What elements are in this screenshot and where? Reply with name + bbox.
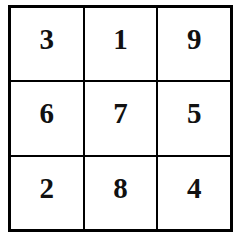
number-grid-board: 3 1 9 6 7 5 2 8 4: [8, 5, 233, 232]
cell-r3c3[interactable]: 4: [157, 156, 231, 230]
cell-r3c1[interactable]: 2: [10, 156, 84, 230]
cell-r2c1[interactable]: 6: [10, 81, 84, 155]
cell-r1c2[interactable]: 1: [84, 7, 158, 81]
cell-r2c3[interactable]: 5: [157, 81, 231, 155]
cell-r2c2[interactable]: 7: [84, 81, 158, 155]
cell-r1c1[interactable]: 3: [10, 7, 84, 81]
cell-r1c3[interactable]: 9: [157, 7, 231, 81]
cell-r3c2[interactable]: 8: [84, 156, 158, 230]
